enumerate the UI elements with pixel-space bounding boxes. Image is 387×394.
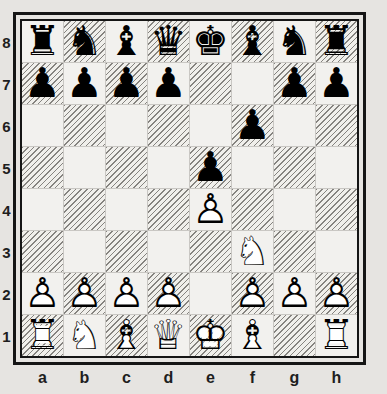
- square-d6: [148, 105, 189, 146]
- square-a1: ♜♖: [22, 315, 63, 356]
- white-pawn-outline: ♙: [148, 273, 189, 314]
- square-e1: ♚♔: [190, 315, 231, 356]
- square-h8: ♜: [316, 21, 357, 62]
- square-g2: ♟♙: [274, 273, 315, 314]
- black-pawn: ♟: [274, 63, 315, 104]
- white-pawn: ♟♙: [106, 273, 147, 314]
- white-knight-outline: ♘: [64, 315, 105, 356]
- white-pawn-outline: ♙: [232, 273, 273, 314]
- square-c7: ♟: [106, 63, 147, 104]
- square-c6: [106, 105, 147, 146]
- square-c8: ♝: [106, 21, 147, 62]
- square-h4: [316, 189, 357, 230]
- rank-label-1: 1: [0, 315, 13, 357]
- square-f1: ♝♗: [232, 315, 273, 356]
- square-f4: [232, 189, 273, 230]
- white-pawn: ♟♙: [148, 273, 189, 314]
- square-a6: [22, 105, 63, 146]
- square-f2: ♟♙: [232, 273, 273, 314]
- white-pawn: ♟♙: [232, 273, 273, 314]
- square-b6: [64, 105, 105, 146]
- white-queen: ♛♕: [148, 315, 189, 356]
- rank-label-6: 6: [0, 105, 13, 147]
- square-g8: ♞: [274, 21, 315, 62]
- square-b4: [64, 189, 105, 230]
- rank-label-4: 4: [0, 189, 13, 231]
- white-pawn: ♟♙: [64, 273, 105, 314]
- square-h2: ♟♙: [316, 273, 357, 314]
- white-bishop-outline: ♗: [106, 315, 147, 356]
- square-a2: ♟♙: [22, 273, 63, 314]
- square-h6: [316, 105, 357, 146]
- square-h1: ♜♖: [316, 315, 357, 356]
- black-pawn: ♟: [190, 147, 231, 188]
- black-rook: ♜: [316, 21, 357, 62]
- square-c1: ♝♗: [106, 315, 147, 356]
- square-b7: ♟: [64, 63, 105, 104]
- black-king: ♚: [190, 21, 231, 62]
- file-label-f: f: [232, 368, 273, 388]
- black-pawn: ♟: [106, 63, 147, 104]
- white-rook-outline: ♖: [22, 315, 63, 356]
- square-e3: [190, 231, 231, 272]
- square-e5: ♟: [190, 147, 231, 188]
- file-label-b: b: [64, 368, 105, 388]
- square-a4: [22, 189, 63, 230]
- square-d4: [148, 189, 189, 230]
- file-labels: abcdefgh: [22, 368, 357, 388]
- square-e2: [190, 273, 231, 314]
- black-pawn: ♟: [148, 63, 189, 104]
- black-pawn: ♟: [22, 63, 63, 104]
- white-pawn: ♟♙: [190, 189, 231, 230]
- square-h5: [316, 147, 357, 188]
- white-knight: ♞♘: [64, 315, 105, 356]
- black-pawn: ♟: [232, 105, 273, 146]
- file-label-e: e: [190, 368, 231, 388]
- file-label-a: a: [22, 368, 63, 388]
- black-pawn: ♟: [64, 63, 105, 104]
- file-label-c: c: [106, 368, 147, 388]
- file-label-h: h: [316, 368, 357, 388]
- white-pawn: ♟♙: [274, 273, 315, 314]
- file-label-g: g: [274, 368, 315, 388]
- black-bishop: ♝: [106, 21, 147, 62]
- square-h3: [316, 231, 357, 272]
- square-b1: ♞♘: [64, 315, 105, 356]
- white-pawn-outline: ♙: [22, 273, 63, 314]
- square-b2: ♟♙: [64, 273, 105, 314]
- square-c5: [106, 147, 147, 188]
- white-rook-outline: ♖: [316, 315, 357, 356]
- rank-label-8: 8: [0, 21, 13, 63]
- square-f6: ♟: [232, 105, 273, 146]
- square-a3: [22, 231, 63, 272]
- square-c2: ♟♙: [106, 273, 147, 314]
- black-knight: ♞: [274, 21, 315, 62]
- square-e8: ♚: [190, 21, 231, 62]
- square-g1: [274, 315, 315, 356]
- rank-label-3: 3: [0, 231, 13, 273]
- square-g7: ♟: [274, 63, 315, 104]
- square-a7: ♟: [22, 63, 63, 104]
- white-bishop-outline: ♗: [232, 315, 273, 356]
- square-d3: [148, 231, 189, 272]
- rank-label-5: 5: [0, 147, 13, 189]
- chess-board-inner-border: ♜♞♝♛♚♝♞♜♟♟♟♟♟♟♟♟♟♙♞♘♟♙♟♙♟♙♟♙♟♙♟♙♟♙♜♖♞♘♝♗…: [20, 19, 359, 358]
- black-bishop: ♝: [232, 21, 273, 62]
- black-queen: ♛: [148, 21, 189, 62]
- chess-board-frame: ♜♞♝♛♚♝♞♜♟♟♟♟♟♟♟♟♟♙♞♘♟♙♟♙♟♙♟♙♟♙♟♙♟♙♜♖♞♘♝♗…: [13, 12, 366, 365]
- square-g6: [274, 105, 315, 146]
- square-f5: [232, 147, 273, 188]
- square-a8: ♜: [22, 21, 63, 62]
- square-e4: ♟♙: [190, 189, 231, 230]
- square-d7: ♟: [148, 63, 189, 104]
- chess-board: ♜♞♝♛♚♝♞♜♟♟♟♟♟♟♟♟♟♙♞♘♟♙♟♙♟♙♟♙♟♙♟♙♟♙♜♖♞♘♝♗…: [22, 21, 357, 356]
- square-d1: ♛♕: [148, 315, 189, 356]
- rank-label-2: 2: [0, 273, 13, 315]
- white-pawn: ♟♙: [22, 273, 63, 314]
- white-knight-outline: ♘: [232, 231, 273, 272]
- square-d8: ♛: [148, 21, 189, 62]
- square-f8: ♝: [232, 21, 273, 62]
- white-queen-outline: ♕: [148, 315, 189, 356]
- square-d5: [148, 147, 189, 188]
- square-g4: [274, 189, 315, 230]
- white-rook: ♜♖: [22, 315, 63, 356]
- square-e7: [190, 63, 231, 104]
- square-e6: [190, 105, 231, 146]
- white-rook: ♜♖: [316, 315, 357, 356]
- white-bishop: ♝♗: [232, 315, 273, 356]
- square-b3: [64, 231, 105, 272]
- rank-labels: 87654321: [0, 21, 13, 357]
- square-f3: ♞♘: [232, 231, 273, 272]
- white-king-outline: ♔: [190, 315, 231, 356]
- black-rook: ♜: [22, 21, 63, 62]
- white-king: ♚♔: [190, 315, 231, 356]
- black-knight: ♞: [64, 21, 105, 62]
- white-pawn-outline: ♙: [190, 189, 231, 230]
- square-g3: [274, 231, 315, 272]
- white-pawn: ♟♙: [316, 273, 357, 314]
- square-f7: [232, 63, 273, 104]
- square-h7: ♟: [316, 63, 357, 104]
- square-b5: [64, 147, 105, 188]
- square-a5: [22, 147, 63, 188]
- white-pawn-outline: ♙: [106, 273, 147, 314]
- white-pawn-outline: ♙: [316, 273, 357, 314]
- square-c3: [106, 231, 147, 272]
- rank-label-7: 7: [0, 63, 13, 105]
- square-c4: [106, 189, 147, 230]
- square-d2: ♟♙: [148, 273, 189, 314]
- file-label-d: d: [148, 368, 189, 388]
- square-g5: [274, 147, 315, 188]
- white-bishop: ♝♗: [106, 315, 147, 356]
- white-pawn-outline: ♙: [64, 273, 105, 314]
- black-pawn: ♟: [316, 63, 357, 104]
- square-b8: ♞: [64, 21, 105, 62]
- white-knight: ♞♘: [232, 231, 273, 272]
- white-pawn-outline: ♙: [274, 273, 315, 314]
